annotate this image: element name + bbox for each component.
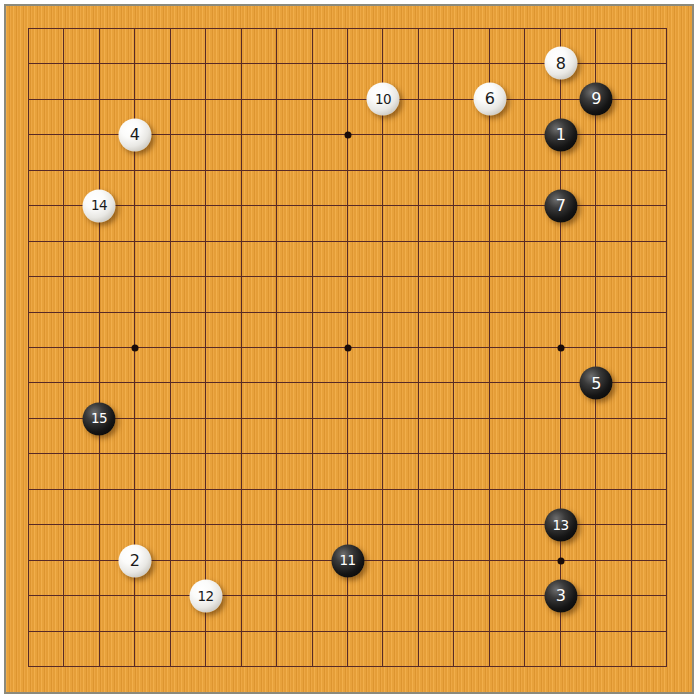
- stone-white-move-14[interactable]: 14: [82, 189, 115, 222]
- star-point: [131, 344, 138, 351]
- move-number: 13: [552, 518, 568, 532]
- page: { "game": "go", "board_size": 19, "move_…: [0, 0, 700, 700]
- stone-black-move-5[interactable]: 5: [579, 367, 612, 400]
- stone-white-move-6[interactable]: 6: [473, 82, 506, 115]
- stone-black-move-1[interactable]: 1: [544, 118, 577, 151]
- move-number: 3: [556, 588, 566, 604]
- move-number: 9: [591, 91, 601, 107]
- move-number: 14: [91, 199, 107, 213]
- star-point: [557, 344, 564, 351]
- move-number: 15: [91, 412, 107, 426]
- move-number: 10: [375, 92, 391, 106]
- move-number: 12: [197, 589, 213, 603]
- stone-white-move-2[interactable]: 2: [118, 544, 151, 577]
- stone-white-move-4[interactable]: 4: [118, 118, 151, 151]
- stones-layer: 123456789101112131415: [28, 28, 667, 667]
- stone-black-move-7[interactable]: 7: [544, 189, 577, 222]
- stone-black-move-11[interactable]: 11: [331, 544, 364, 577]
- star-point: [557, 557, 564, 564]
- move-number: 4: [130, 127, 140, 143]
- stone-black-move-3[interactable]: 3: [544, 579, 577, 612]
- move-number: 7: [556, 198, 566, 214]
- stone-black-move-9[interactable]: 9: [579, 82, 612, 115]
- move-number: 1: [556, 127, 566, 143]
- move-number: 11: [339, 554, 355, 568]
- move-number: 5: [591, 375, 601, 391]
- star-point: [344, 131, 351, 138]
- board-grid-area[interactable]: 123456789101112131415: [28, 28, 667, 667]
- move-number: 6: [485, 91, 495, 107]
- stone-white-move-8[interactable]: 8: [544, 47, 577, 80]
- stone-white-move-10[interactable]: 10: [367, 82, 400, 115]
- stone-black-move-15[interactable]: 15: [82, 402, 115, 435]
- go-board[interactable]: 123456789101112131415: [4, 4, 694, 694]
- move-number: 2: [130, 553, 140, 569]
- star-point: [344, 344, 351, 351]
- stone-white-move-12[interactable]: 12: [189, 579, 222, 612]
- stone-black-move-13[interactable]: 13: [544, 509, 577, 542]
- move-number: 8: [556, 55, 566, 71]
